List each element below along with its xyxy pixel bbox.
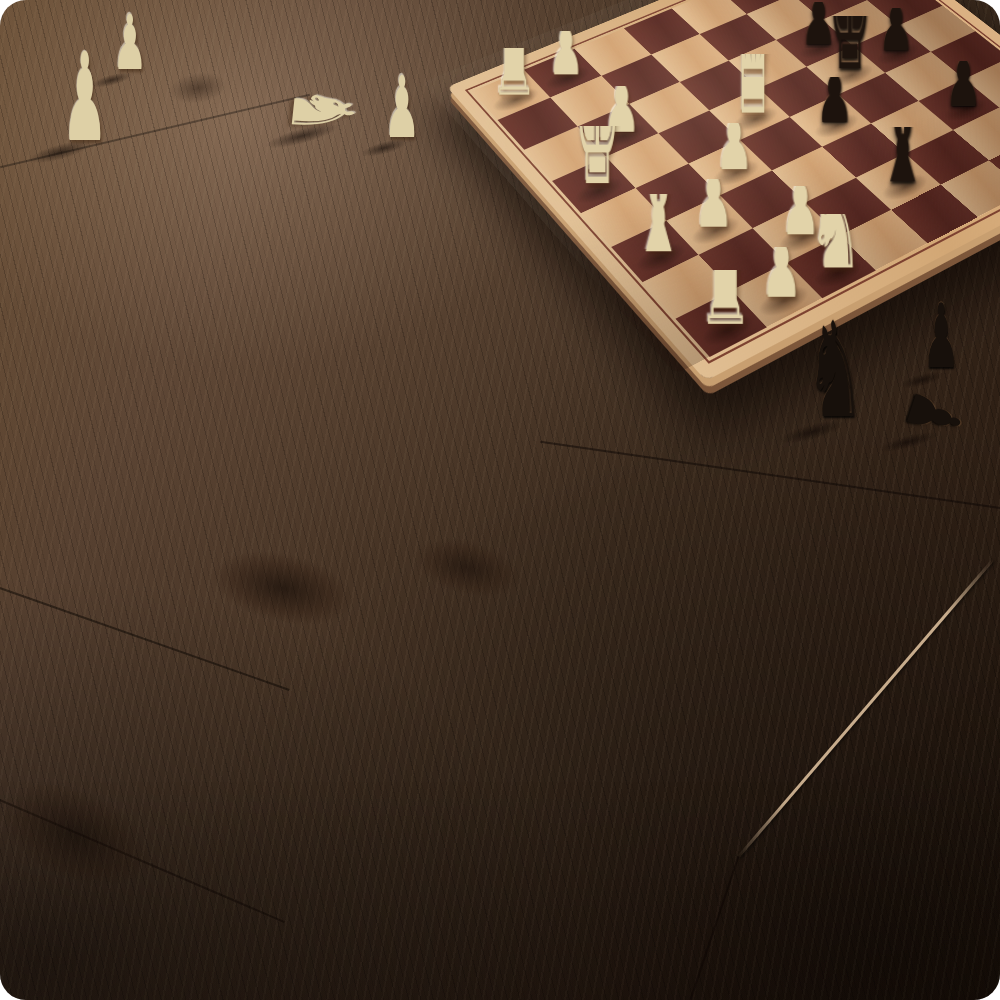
photo-stage: ♜♟♟♟♚♛♚♟♟♟♝♟♟♟♝♜♟♞ ♟♟♞♟♞♟♟ (0, 0, 1000, 1000)
piece-white-pawn-a2[interactable]: ♟ (755, 246, 808, 305)
piece-white-king-e1[interactable]: ♚ (566, 126, 629, 196)
floor-piece-shadow (251, 113, 353, 158)
plank-seam (540, 441, 1000, 509)
wood-knot (385, 513, 549, 622)
plank-seam (0, 799, 285, 923)
piece-white-rook-h1[interactable]: ♜ (489, 48, 540, 104)
floor-black-knight-standing: ♞ (796, 336, 875, 424)
floor-white-pawn-standing-1: ♟ (46, 62, 123, 148)
chess-board[interactable]: ♜♟♟♟♚♛♚♟♟♟♝♟♟♟♝♜♟♞ (447, 0, 1000, 381)
floor-piece-shadow (867, 424, 948, 460)
floor-piece-shadow (16, 131, 103, 172)
floor-black-pawn-fallen: ♟ (899, 384, 963, 444)
piece-black-pawn-e7[interactable]: ♟ (873, 7, 919, 58)
piece-black-pawn-d5[interactable]: ♟ (810, 77, 858, 130)
chess-board-grid: ♜♟♟♟♚♛♚♟♟♟♝♟♟♟♝♜♟♞ (472, 0, 1000, 357)
wood-knot (175, 520, 391, 655)
floor-white-pawn-standing-2: ♟ (106, 21, 154, 75)
plank-seam (0, 587, 290, 691)
wood-knot (155, 62, 240, 115)
piece-black-pawn-c7[interactable]: ♟ (939, 61, 986, 114)
floor-piece-shadow (84, 66, 141, 94)
floor-piece-shadow (352, 132, 416, 164)
plank-joint-highlight (737, 559, 994, 858)
piece-white-rook-a1[interactable]: ♜ (696, 270, 754, 335)
floor-white-pawn-standing-3: ♟ (375, 82, 429, 142)
wood-knot (0, 737, 195, 932)
piece-white-knight-a3[interactable]: ♞ (806, 213, 864, 278)
plank-joint-shadow (690, 856, 740, 1000)
piece-white-bishop-c1[interactable]: ♝ (628, 194, 690, 263)
floor-black-pawn-standing: ♟ (914, 312, 968, 372)
floor-piece-shadow (767, 411, 857, 453)
piece-black-bishop-b5[interactable]: ♝ (873, 127, 932, 193)
floor-piece-shadow (891, 365, 953, 395)
plank-seam (0, 94, 310, 169)
floor-white-knight-fallen: ♞ (285, 82, 348, 140)
